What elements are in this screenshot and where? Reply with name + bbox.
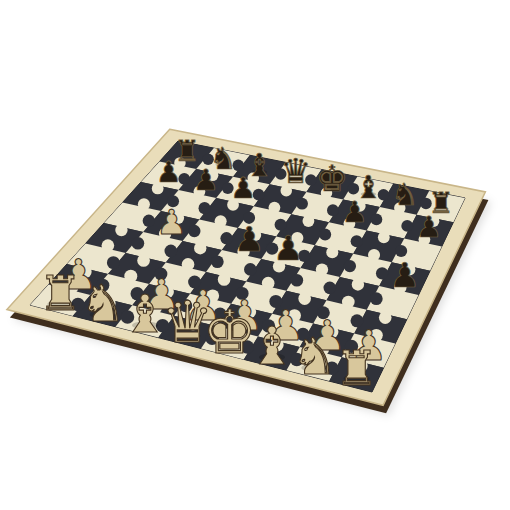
puzzle-tab [165, 245, 178, 258]
puzzle-tab [323, 282, 336, 295]
puzzle-tab [188, 225, 200, 237]
piece-black-pawn-h5[interactable]: ♟ [390, 255, 421, 295]
puzzle-tab [199, 202, 211, 214]
piece-white-pawn-b5[interactable]: ♟ [156, 202, 187, 242]
puzzle-tab [182, 258, 195, 271]
puzzle-tab [296, 198, 308, 210]
puzzle-tab [211, 255, 224, 268]
piece-black-pawn-a7[interactable]: ♟ [156, 155, 182, 189]
piece-white-bishop-f1[interactable]: ♝ [249, 316, 296, 376]
puzzle-tab [132, 237, 145, 250]
piece-black-pawn-e5[interactable]: ♟ [273, 228, 304, 268]
piece-black-queen-d8[interactable]: ♛ [280, 151, 311, 191]
piece-white-knight-b1[interactable]: ♞ [80, 274, 126, 333]
puzzle-tab [327, 204, 339, 216]
product-photo: ♜♞♝♛♚♝♞♜♟♟♟♟♟♟♟♟♟♟♟♟♟♟♟♟♜♞♝♛♚♝♞♜ [0, 0, 510, 510]
piece-black-pawn-d5[interactable]: ♟ [234, 219, 265, 259]
puzzle-tab [342, 296, 355, 309]
chess-board: ♜♞♝♛♚♝♞♜♟♟♟♟♟♟♟♟♟♟♟♟♟♟♟♟♜♞♝♛♚♝♞♜ [0, 0, 510, 510]
piece-black-pawn-h7[interactable]: ♟ [416, 210, 442, 244]
piece-white-rook-a1[interactable]: ♜ [39, 265, 82, 321]
puzzle-tab [344, 260, 356, 272]
puzzle-tab [352, 278, 364, 290]
puzzle-tab [138, 198, 150, 210]
puzzle-tab [220, 232, 232, 244]
puzzle-tab [102, 239, 115, 252]
piece-black-king-e8[interactable]: ♚ [316, 158, 348, 199]
puzzle-tab [378, 231, 390, 243]
puzzle-tab [269, 202, 281, 214]
puzzle-tab [303, 215, 315, 227]
piece-black-pawn-f7[interactable]: ♟ [342, 195, 368, 229]
puzzle-tab [244, 263, 257, 276]
puzzle-tab [368, 249, 380, 261]
puzzle-tab [215, 215, 227, 227]
puzzle-tab [262, 277, 275, 290]
piece-white-knight-g1[interactable]: ♞ [292, 327, 338, 386]
puzzle-tab [401, 220, 413, 232]
piece-black-pawn-b7[interactable]: ♟ [193, 163, 219, 197]
puzzle-tab [376, 267, 388, 279]
puzzle-tab [291, 274, 304, 287]
puzzle-tab [326, 246, 338, 258]
puzzle-tab [137, 254, 150, 267]
piece-black-pawn-c7[interactable]: ♟ [230, 171, 256, 205]
puzzle-tab [107, 256, 120, 269]
puzzle-tab [124, 270, 137, 283]
puzzle-tab [316, 263, 328, 275]
piece-black-knight-g8[interactable]: ♞ [391, 177, 418, 212]
puzzle-tab [351, 235, 363, 247]
puzzle-tab [194, 242, 206, 254]
puzzle-tab [371, 213, 383, 225]
puzzle-tab [319, 228, 331, 240]
puzzle-tab [143, 215, 155, 227]
puzzle-tab [370, 292, 383, 305]
puzzle-tab [115, 224, 127, 236]
piece-white-rook-h1[interactable]: ♜ [335, 340, 378, 396]
